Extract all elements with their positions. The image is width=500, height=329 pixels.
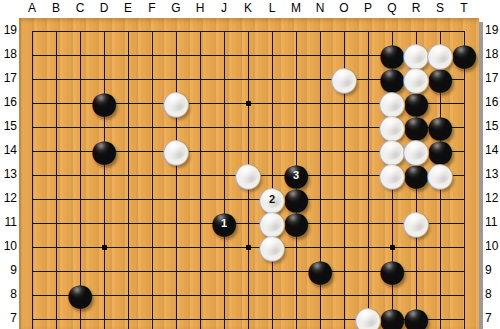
column-label-k: K (236, 1, 260, 16)
black-stone-glyph: ● (378, 306, 405, 329)
white-stone-glyph: ● (234, 162, 261, 186)
row-label-left-12: 12 (0, 191, 17, 206)
column-label-j: J (212, 1, 236, 16)
column-label-s: S (428, 1, 452, 16)
grid-vertical-line (32, 31, 33, 329)
white-stone-glyph: ● (402, 210, 429, 234)
black-stone-glyph: ● (306, 258, 333, 282)
stone-white-o17[interactable]: ● (332, 67, 356, 91)
star-point-k16 (246, 101, 251, 106)
black-stone-glyph: ● (402, 306, 429, 329)
stone-white-s13[interactable]: ● (428, 163, 452, 187)
grid-vertical-line (224, 31, 225, 329)
column-label-a: A (20, 1, 44, 16)
grid-horizontal-line (32, 295, 465, 296)
row-label-left-15: 15 (0, 119, 17, 134)
black-stone-glyph: ● (66, 282, 93, 306)
column-label-f: F (140, 1, 164, 16)
grid-vertical-line (368, 31, 369, 329)
column-label-t: T (452, 1, 476, 16)
grid-horizontal-line (32, 199, 465, 200)
goban[interactable]: ●●●●●●●●●●●3●●●1●●●●●●●●●●●●●●●●●●●●2●●●… (19, 18, 479, 329)
black-stone-glyph: ● (90, 138, 117, 162)
column-label-b: B (44, 1, 68, 16)
black-stone-glyph: ● (90, 90, 117, 114)
move-number-label: 1 (212, 211, 236, 235)
column-label-m: M (284, 1, 308, 16)
go-board-screenshot: ●●●●●●●●●●●3●●●1●●●●●●●●●●●●●●●●●●●●2●●●… (0, 0, 500, 329)
row-label-left-10: 10 (0, 239, 17, 254)
stone-white-r11[interactable]: ● (404, 211, 428, 235)
row-label-right-19: 19 (485, 23, 500, 38)
row-label-left-8: 8 (0, 287, 17, 302)
grid-horizontal-line (32, 223, 465, 224)
white-stone-glyph: ● (354, 306, 381, 329)
column-label-q: Q (380, 1, 404, 16)
row-label-left-19: 19 (0, 23, 17, 38)
stone-white-p7[interactable]: ● (356, 307, 380, 329)
stone-black-q7[interactable]: ● (380, 307, 404, 329)
white-stone-glyph: ● (426, 162, 453, 186)
stone-black-m13[interactable]: ●3 (284, 163, 308, 187)
board-drop-shadow (479, 22, 483, 329)
row-label-left-18: 18 (0, 47, 17, 62)
stone-black-d16[interactable]: ● (92, 91, 116, 115)
row-label-left-9: 9 (0, 263, 17, 278)
star-point-k10 (246, 245, 251, 250)
black-stone-glyph: ● (282, 210, 309, 234)
row-label-left-7: 7 (0, 311, 17, 326)
star-point-q10 (390, 245, 395, 250)
row-label-left-17: 17 (0, 71, 17, 86)
move-number-label: 3 (284, 163, 308, 187)
grid-vertical-line (104, 31, 105, 329)
row-label-right-7: 7 (485, 311, 500, 326)
stone-white-g16[interactable]: ● (164, 91, 188, 115)
row-label-left-11: 11 (0, 215, 17, 230)
column-label-c: C (68, 1, 92, 16)
row-label-left-16: 16 (0, 95, 17, 110)
black-stone-glyph: ● (450, 42, 477, 66)
column-label-e: E (116, 1, 140, 16)
row-label-left-14: 14 (0, 143, 17, 158)
row-label-right-18: 18 (485, 47, 500, 62)
white-stone-glyph: ● (378, 162, 405, 186)
row-label-right-10: 10 (485, 239, 500, 254)
row-label-right-12: 12 (485, 191, 500, 206)
column-label-n: N (308, 1, 332, 16)
stone-white-g14[interactable]: ● (164, 139, 188, 163)
move-number-label: 2 (260, 187, 284, 211)
stone-white-q13[interactable]: ● (380, 163, 404, 187)
column-label-g: G (164, 1, 188, 16)
row-label-right-17: 17 (485, 71, 500, 86)
grid-vertical-line (464, 31, 465, 329)
stone-black-n9[interactable]: ● (308, 259, 332, 283)
white-stone-glyph: ● (258, 234, 285, 258)
grid-vertical-line (176, 31, 177, 329)
stone-black-q9[interactable]: ● (380, 259, 404, 283)
stone-black-d14[interactable]: ● (92, 139, 116, 163)
stone-white-k13[interactable]: ● (236, 163, 260, 187)
stone-white-r17[interactable]: ● (404, 67, 428, 91)
stone-black-j11[interactable]: ●1 (212, 211, 236, 235)
row-label-right-14: 14 (485, 143, 500, 158)
column-label-d: D (92, 1, 116, 16)
row-label-right-11: 11 (485, 215, 500, 230)
row-label-right-13: 13 (485, 167, 500, 182)
white-stone-glyph: ● (162, 138, 189, 162)
row-label-left-13: 13 (0, 167, 17, 182)
stone-white-r14[interactable]: ● (404, 139, 428, 163)
white-stone-glyph: ● (426, 42, 453, 66)
stone-black-t18[interactable]: ● (452, 43, 476, 67)
row-label-right-8: 8 (485, 287, 500, 302)
star-point-d10 (102, 245, 107, 250)
column-label-o: O (332, 1, 356, 16)
grid-vertical-line (152, 31, 153, 329)
row-label-right-16: 16 (485, 95, 500, 110)
white-stone-glyph: ● (330, 66, 357, 90)
grid-vertical-line (200, 31, 201, 329)
column-label-h: H (188, 1, 212, 16)
white-stone-glyph: ● (162, 90, 189, 114)
row-label-right-15: 15 (485, 119, 500, 134)
white-stone-glyph: ● (402, 66, 429, 90)
stone-black-r7[interactable]: ● (404, 307, 428, 329)
grid-vertical-line (56, 31, 57, 329)
row-label-right-9: 9 (485, 263, 500, 278)
stone-white-s18[interactable]: ● (428, 43, 452, 67)
stone-black-m11[interactable]: ● (284, 211, 308, 235)
column-label-l: L (260, 1, 284, 16)
column-label-r: R (404, 1, 428, 16)
column-label-p: P (356, 1, 380, 16)
grid-vertical-line (128, 31, 129, 329)
stone-white-l10[interactable]: ● (260, 235, 284, 259)
stone-white-l12[interactable]: ●2 (260, 187, 284, 211)
black-stone-glyph: ● (378, 258, 405, 282)
white-stone-glyph: ● (402, 138, 429, 162)
grid-horizontal-line (32, 31, 465, 32)
stone-black-c8[interactable]: ● (68, 283, 92, 307)
